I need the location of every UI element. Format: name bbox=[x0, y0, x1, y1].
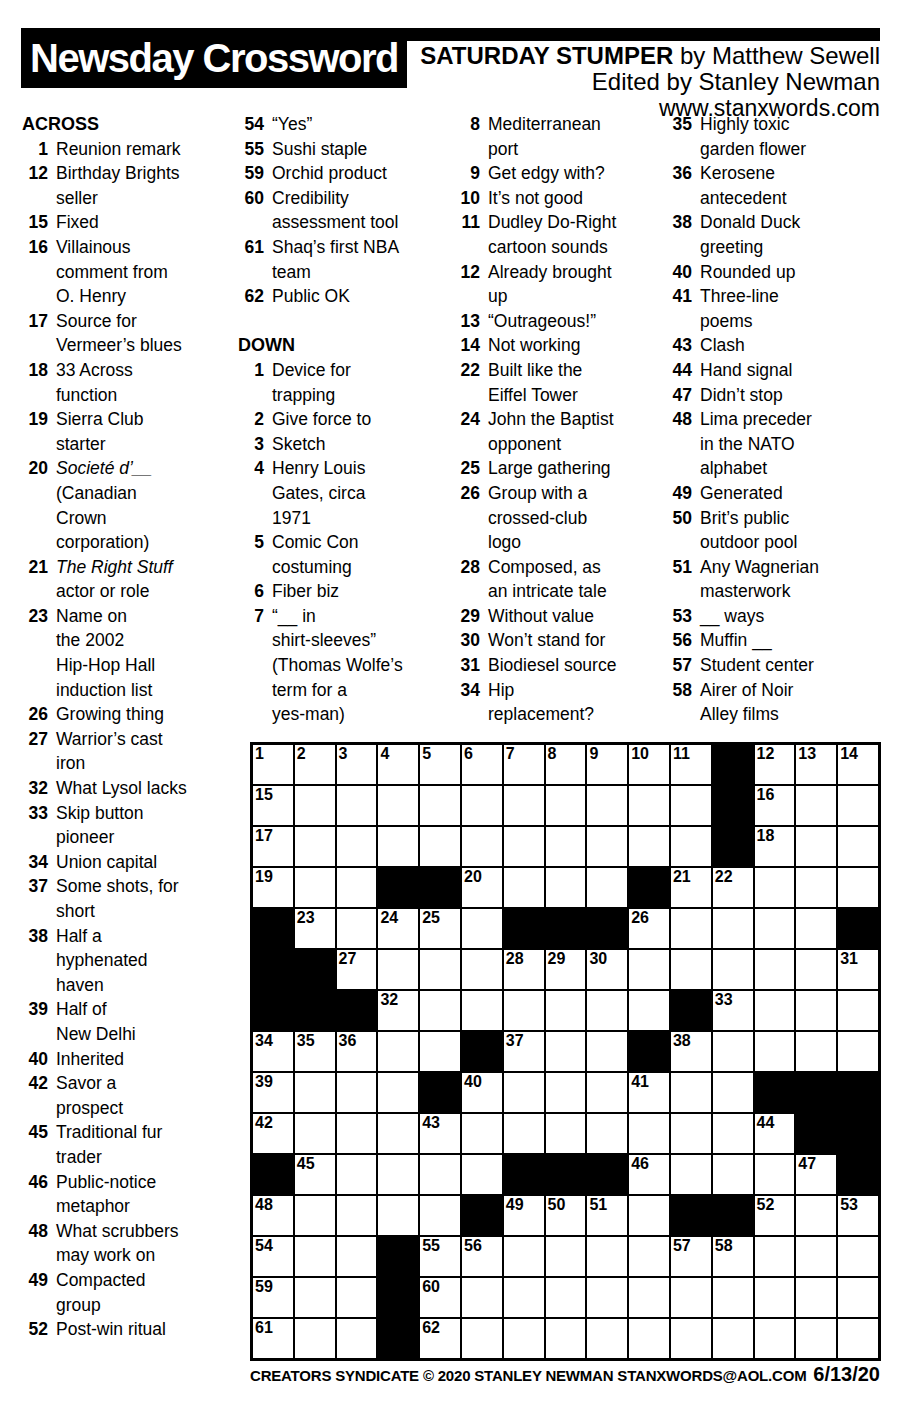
grid-cell[interactable] bbox=[586, 1031, 628, 1072]
grid-cell[interactable]: 59 bbox=[252, 1277, 294, 1318]
grid-cell[interactable] bbox=[377, 1154, 419, 1195]
grid-cell[interactable]: 10 bbox=[628, 744, 670, 785]
clue-1: 1Device fortrapping bbox=[238, 358, 438, 407]
grid-cell[interactable] bbox=[837, 785, 879, 826]
clue-text: Device fortrapping bbox=[272, 358, 351, 407]
grid-cell[interactable] bbox=[503, 826, 545, 867]
grid-cell[interactable] bbox=[545, 785, 587, 826]
grid-cell[interactable]: 43 bbox=[419, 1113, 461, 1154]
grid-cell[interactable] bbox=[377, 1031, 419, 1072]
grid-cell[interactable] bbox=[586, 1277, 628, 1318]
cell-number: 6 bbox=[464, 745, 473, 763]
grid-cell[interactable]: 13 bbox=[795, 744, 837, 785]
grid-cell[interactable] bbox=[670, 1318, 712, 1359]
clue-number: 43 bbox=[666, 333, 700, 358]
grid-cell[interactable] bbox=[336, 1154, 378, 1195]
grid-cell[interactable] bbox=[461, 1154, 503, 1195]
grid-cell[interactable] bbox=[795, 867, 837, 908]
clue-number: 48 bbox=[22, 1219, 56, 1244]
grid-cell[interactable] bbox=[754, 1236, 796, 1277]
grid-cell[interactable]: 6 bbox=[461, 744, 503, 785]
grid-cell[interactable]: 52 bbox=[754, 1195, 796, 1236]
clue-number: 50 bbox=[666, 506, 700, 531]
grid-cell[interactable]: 9 bbox=[586, 744, 628, 785]
grid-cell[interactable]: 57 bbox=[670, 1236, 712, 1277]
grid-cell[interactable]: 61 bbox=[252, 1318, 294, 1359]
grid-cell[interactable] bbox=[503, 1236, 545, 1277]
grid-cell[interactable] bbox=[712, 1318, 754, 1359]
grid-cell[interactable]: 34 bbox=[252, 1031, 294, 1072]
clue-number: 14 bbox=[454, 333, 488, 358]
clue-number: 2 bbox=[238, 407, 272, 432]
grid-cell[interactable]: 47 bbox=[795, 1154, 837, 1195]
cell-number: 50 bbox=[548, 1196, 566, 1214]
cell-number: 61 bbox=[255, 1319, 273, 1337]
clue-16: 16Villainouscomment fromO. Henry bbox=[22, 235, 222, 309]
clue-text: Fixed bbox=[56, 210, 99, 235]
cell-number: 41 bbox=[631, 1073, 649, 1091]
clue-number: 5 bbox=[238, 530, 272, 555]
grid-cell[interactable] bbox=[586, 826, 628, 867]
grid-cell[interactable] bbox=[461, 785, 503, 826]
grid-cell[interactable] bbox=[628, 1236, 670, 1277]
grid-cell[interactable]: 32 bbox=[377, 990, 419, 1031]
cell-number: 33 bbox=[715, 991, 733, 1009]
clue-38: 38Donald Duckgreeting bbox=[666, 210, 866, 259]
cell-number: 36 bbox=[339, 1032, 357, 1050]
grid-cell[interactable] bbox=[795, 1195, 837, 1236]
clue-text: Without value bbox=[488, 604, 594, 629]
grid-cell[interactable] bbox=[461, 1318, 503, 1359]
clue-number: 38 bbox=[666, 210, 700, 235]
grid-cell[interactable] bbox=[586, 867, 628, 908]
clue-text: John the Baptistopponent bbox=[488, 407, 614, 456]
grid-cell[interactable] bbox=[628, 1195, 670, 1236]
grid-cell[interactable] bbox=[795, 1318, 837, 1359]
grid-cell[interactable] bbox=[712, 1277, 754, 1318]
grid-cell[interactable]: 30 bbox=[586, 949, 628, 990]
grid-cell[interactable]: 17 bbox=[252, 826, 294, 867]
grid-cell[interactable] bbox=[377, 785, 419, 826]
clue-30: 30Won’t stand for bbox=[454, 628, 654, 653]
cell-number: 20 bbox=[464, 868, 482, 886]
grid-cell[interactable]: 5 bbox=[419, 744, 461, 785]
grid-cell[interactable] bbox=[503, 867, 545, 908]
grid-cell[interactable]: 11 bbox=[670, 744, 712, 785]
grid-cell[interactable] bbox=[294, 1072, 336, 1113]
clue-28: 28Composed, asan intricate tale bbox=[454, 555, 654, 604]
clue-number: 10 bbox=[454, 186, 488, 211]
clue-text: Societé d’__(CanadianCrowncorporation) bbox=[56, 456, 152, 554]
grid-cell[interactable]: 31 bbox=[837, 949, 879, 990]
grid-cell[interactable]: 15 bbox=[252, 785, 294, 826]
grid-cell[interactable] bbox=[545, 1072, 587, 1113]
grid-cell[interactable] bbox=[461, 826, 503, 867]
grid-cell[interactable]: 2 bbox=[294, 744, 336, 785]
grid-cell[interactable] bbox=[795, 949, 837, 990]
grid-cell[interactable]: 58 bbox=[712, 1236, 754, 1277]
grid-cell[interactable] bbox=[503, 785, 545, 826]
grid-cell[interactable] bbox=[795, 908, 837, 949]
puzzle-editor: Edited by Stanley Newman bbox=[400, 69, 880, 95]
grid-cell[interactable]: 26 bbox=[628, 908, 670, 949]
grid-cell[interactable] bbox=[336, 826, 378, 867]
grid-cell-black bbox=[419, 1072, 461, 1113]
grid-cell[interactable] bbox=[294, 1318, 336, 1359]
grid-cell[interactable] bbox=[837, 1277, 879, 1318]
grid-cell[interactable] bbox=[545, 1318, 587, 1359]
grid-cell[interactable] bbox=[461, 1277, 503, 1318]
grid-cell[interactable] bbox=[586, 1113, 628, 1154]
grid-cell[interactable] bbox=[712, 949, 754, 990]
grid-cell[interactable]: 50 bbox=[545, 1195, 587, 1236]
grid-cell[interactable] bbox=[628, 785, 670, 826]
clue-49: 49Compactedgroup bbox=[22, 1268, 222, 1317]
cell-number: 29 bbox=[548, 950, 566, 968]
clue-number: 31 bbox=[454, 653, 488, 678]
clue-number: 61 bbox=[238, 235, 272, 260]
grid-cell[interactable] bbox=[503, 1277, 545, 1318]
clue-text: Villainouscomment fromO. Henry bbox=[56, 235, 168, 309]
clue-48: 48Lima precederin the NATOalphabet bbox=[666, 407, 866, 481]
grid-cell[interactable] bbox=[503, 990, 545, 1031]
grid-cell[interactable] bbox=[837, 826, 879, 867]
grid-cell[interactable]: 8 bbox=[545, 744, 587, 785]
clue-60: 60Credibilityassessment tool bbox=[238, 186, 438, 235]
clue-35: 35Highly toxicgarden flower bbox=[666, 112, 866, 161]
clue-36: 36Keroseneantecedent bbox=[666, 161, 866, 210]
grid-cell[interactable]: 20 bbox=[461, 867, 503, 908]
grid-cell[interactable] bbox=[336, 1195, 378, 1236]
clue-column-4: 35Highly toxicgarden flower36Keroseneant… bbox=[666, 112, 866, 727]
grid-cell-black bbox=[503, 1154, 545, 1195]
clue-17: 17Source forVermeer’s blues bbox=[22, 309, 222, 358]
grid-cell[interactable]: 1 bbox=[252, 744, 294, 785]
grid-cell[interactable]: 25 bbox=[419, 908, 461, 949]
grid-cell[interactable]: 42 bbox=[252, 1113, 294, 1154]
grid-cell[interactable] bbox=[419, 826, 461, 867]
crossword-page: Newsday Crossword SATURDAY STUMPER by Ma… bbox=[0, 0, 900, 1405]
cell-number: 32 bbox=[380, 991, 398, 1009]
grid-cell[interactable]: 27 bbox=[336, 949, 378, 990]
cell-number: 44 bbox=[757, 1114, 775, 1132]
grid-cell[interactable]: 22 bbox=[712, 867, 754, 908]
clue-41: 41Three-linepoems bbox=[666, 284, 866, 333]
clue-7: 7“__ inshirt-sleeves”(Thomas Wolfe’sterm… bbox=[238, 604, 438, 727]
clue-text: Clash bbox=[700, 333, 745, 358]
grid-cell[interactable] bbox=[628, 1318, 670, 1359]
grid-cell[interactable] bbox=[294, 1236, 336, 1277]
grid-cell[interactable] bbox=[837, 990, 879, 1031]
clue-50: 50Brit’s publicoutdoor pool bbox=[666, 506, 866, 555]
clue-number: 38 bbox=[22, 924, 56, 949]
clue-text: Rounded up bbox=[700, 260, 795, 285]
grid-cell[interactable]: 16 bbox=[754, 785, 796, 826]
grid-cell[interactable]: 46 bbox=[628, 1154, 670, 1195]
grid-cell[interactable] bbox=[586, 1072, 628, 1113]
grid-cell[interactable]: 29 bbox=[545, 949, 587, 990]
grid-cell[interactable] bbox=[795, 1277, 837, 1318]
clue-column-2: 54“Yes”55Sushi staple59Orchid product60C… bbox=[238, 112, 438, 727]
grid-cell[interactable] bbox=[377, 826, 419, 867]
clue-number: 39 bbox=[22, 997, 56, 1022]
grid-cell[interactable] bbox=[754, 867, 796, 908]
grid-cell[interactable] bbox=[670, 1113, 712, 1154]
grid-cell[interactable]: 48 bbox=[252, 1195, 294, 1236]
grid-cell[interactable] bbox=[628, 826, 670, 867]
grid-cell[interactable] bbox=[336, 867, 378, 908]
grid-cell[interactable] bbox=[712, 1031, 754, 1072]
grid-cell[interactable]: 37 bbox=[503, 1031, 545, 1072]
cell-number: 17 bbox=[255, 827, 273, 845]
grid-cell[interactable]: 40 bbox=[461, 1072, 503, 1113]
grid-cell[interactable] bbox=[754, 908, 796, 949]
grid-cell[interactable] bbox=[336, 785, 378, 826]
grid-cell[interactable] bbox=[795, 1236, 837, 1277]
grid-cell[interactable] bbox=[795, 785, 837, 826]
grid-cell[interactable]: 14 bbox=[837, 744, 879, 785]
grid-cell[interactable] bbox=[461, 949, 503, 990]
grid-cell[interactable] bbox=[377, 949, 419, 990]
clue-text: Student center bbox=[700, 653, 814, 678]
cell-number: 15 bbox=[255, 786, 273, 804]
clue-48: 48What scrubbersmay work on bbox=[22, 1219, 222, 1268]
clue-number: 55 bbox=[238, 137, 272, 162]
grid-cell[interactable] bbox=[336, 1318, 378, 1359]
grid-cell[interactable] bbox=[377, 1113, 419, 1154]
grid-cell[interactable] bbox=[754, 1154, 796, 1195]
grid-cell[interactable] bbox=[670, 1072, 712, 1113]
grid-cell[interactable] bbox=[336, 1072, 378, 1113]
grid-cell[interactable]: 33 bbox=[712, 990, 754, 1031]
grid-cell[interactable] bbox=[628, 949, 670, 990]
grid-cell[interactable] bbox=[419, 1031, 461, 1072]
crossword-grid: 1234567891011121314151617181920212223242… bbox=[250, 742, 881, 1361]
grid-cell[interactable]: 35 bbox=[294, 1031, 336, 1072]
grid-cell[interactable]: 4 bbox=[377, 744, 419, 785]
grid-cell[interactable] bbox=[586, 1236, 628, 1277]
grid-cell[interactable]: 12 bbox=[754, 744, 796, 785]
grid-cell-black bbox=[252, 949, 294, 990]
grid-cell[interactable]: 51 bbox=[586, 1195, 628, 1236]
grid-cell[interactable]: 24 bbox=[377, 908, 419, 949]
grid-cell[interactable] bbox=[670, 826, 712, 867]
grid-cell-black bbox=[628, 1031, 670, 1072]
grid-cell[interactable] bbox=[712, 908, 754, 949]
grid-cell[interactable]: 54 bbox=[252, 1236, 294, 1277]
grid-cell[interactable] bbox=[586, 1318, 628, 1359]
grid-cell[interactable] bbox=[503, 1072, 545, 1113]
cell-number: 22 bbox=[715, 868, 733, 886]
clue-text: Growing thing bbox=[56, 702, 164, 727]
clue-text: “Outrageous!” bbox=[488, 309, 596, 334]
grid-cell[interactable] bbox=[503, 1318, 545, 1359]
grid-cell[interactable]: 60 bbox=[419, 1277, 461, 1318]
grid-cell[interactable]: 56 bbox=[461, 1236, 503, 1277]
grid-cell[interactable] bbox=[670, 949, 712, 990]
grid-cell[interactable] bbox=[670, 785, 712, 826]
cell-number: 54 bbox=[255, 1237, 273, 1255]
cell-number: 60 bbox=[422, 1278, 440, 1296]
grid-cell[interactable] bbox=[712, 1154, 754, 1195]
grid-cell[interactable] bbox=[837, 1236, 879, 1277]
clue-number: 13 bbox=[454, 309, 488, 334]
grid-cell[interactable] bbox=[586, 785, 628, 826]
grid-cell[interactable] bbox=[712, 1072, 754, 1113]
grid-cell[interactable] bbox=[754, 1318, 796, 1359]
grid-cell[interactable]: 41 bbox=[628, 1072, 670, 1113]
cell-number: 37 bbox=[506, 1032, 524, 1050]
clue-text: Name onthe 2002Hip-Hop Hallinduction lis… bbox=[56, 604, 155, 702]
clue-column-1: ACROSS1Reunion remark12Birthday Brightss… bbox=[22, 112, 222, 1342]
clue-2: 2Give force to bbox=[238, 407, 438, 432]
clue-text: Generated bbox=[700, 481, 783, 506]
puzzle-date: 6/13/20 bbox=[813, 1363, 880, 1386]
clue-44: 44Hand signal bbox=[666, 358, 866, 383]
clue-38: 38Half ahyphenatedhaven bbox=[22, 924, 222, 998]
clue-32: 32What Lysol lacks bbox=[22, 776, 222, 801]
grid-cell-black bbox=[377, 1236, 419, 1277]
grid-cell[interactable] bbox=[545, 826, 587, 867]
grid-cell[interactable] bbox=[545, 867, 587, 908]
grid-cell[interactable] bbox=[294, 1195, 336, 1236]
grid-cell[interactable] bbox=[670, 908, 712, 949]
grid-cell[interactable] bbox=[419, 949, 461, 990]
clue-text: Muffin __ bbox=[700, 628, 772, 653]
clue-text: Built like theEiffel Tower bbox=[488, 358, 582, 407]
grid-cell[interactable] bbox=[419, 785, 461, 826]
grid-cell[interactable] bbox=[336, 1277, 378, 1318]
grid-cell[interactable]: 18 bbox=[754, 826, 796, 867]
grid-cell[interactable] bbox=[795, 1031, 837, 1072]
grid-cell[interactable] bbox=[377, 1195, 419, 1236]
grid-cell[interactable] bbox=[461, 908, 503, 949]
grid-cell-black bbox=[377, 1277, 419, 1318]
clue-number: 18 bbox=[22, 358, 56, 383]
grid-cell-black bbox=[712, 826, 754, 867]
grid-cell[interactable] bbox=[837, 1318, 879, 1359]
grid-cell[interactable] bbox=[795, 990, 837, 1031]
grid-cell[interactable] bbox=[754, 990, 796, 1031]
clue-column-3: 8Mediterraneanport9Get edgy with?10It’s … bbox=[454, 112, 654, 727]
cell-number: 21 bbox=[673, 868, 691, 886]
grid-cell[interactable] bbox=[628, 1113, 670, 1154]
clue-text: Hand signal bbox=[700, 358, 792, 383]
grid-cell[interactable] bbox=[336, 1236, 378, 1277]
grid-cell[interactable] bbox=[294, 826, 336, 867]
grid-cell[interactable]: 55 bbox=[419, 1236, 461, 1277]
clue-number: 32 bbox=[22, 776, 56, 801]
clue-text: Sketch bbox=[272, 432, 326, 457]
grid-cell[interactable]: 62 bbox=[419, 1318, 461, 1359]
clue-number: 12 bbox=[22, 161, 56, 186]
grid-cell[interactable] bbox=[754, 1277, 796, 1318]
grid-cell[interactable] bbox=[712, 1113, 754, 1154]
grid-cell[interactable]: 36 bbox=[336, 1031, 378, 1072]
grid-cell[interactable] bbox=[294, 785, 336, 826]
grid-cell[interactable] bbox=[377, 1072, 419, 1113]
grid-cell[interactable]: 19 bbox=[252, 867, 294, 908]
clue-number: 57 bbox=[666, 653, 700, 678]
clue-text: What scrubbersmay work on bbox=[56, 1219, 179, 1268]
grid-cell[interactable]: 45 bbox=[294, 1154, 336, 1195]
clue-number: 51 bbox=[666, 555, 700, 580]
cell-number: 42 bbox=[255, 1114, 273, 1132]
clue-number: 34 bbox=[454, 678, 488, 703]
grid-cell[interactable] bbox=[837, 1031, 879, 1072]
cell-number: 3 bbox=[339, 745, 348, 763]
grid-cell[interactable] bbox=[545, 1277, 587, 1318]
grid-cell-black bbox=[795, 1072, 837, 1113]
grid-cell[interactable] bbox=[670, 1154, 712, 1195]
clue-1: 1Reunion remark bbox=[22, 137, 222, 162]
grid-cell[interactable]: 38 bbox=[670, 1031, 712, 1072]
grid-cell[interactable] bbox=[419, 1195, 461, 1236]
grid-cell[interactable] bbox=[545, 1113, 587, 1154]
grid-cell[interactable] bbox=[628, 990, 670, 1031]
clue-text: Fiber biz bbox=[272, 579, 339, 604]
clue-text: Dudley Do-Rightcartoon sounds bbox=[488, 210, 616, 259]
grid-cell[interactable]: 3 bbox=[336, 744, 378, 785]
grid-cell[interactable] bbox=[795, 826, 837, 867]
clue-number: 62 bbox=[238, 284, 272, 309]
grid-cell[interactable] bbox=[294, 1113, 336, 1154]
grid-cell[interactable]: 49 bbox=[503, 1195, 545, 1236]
grid-cell[interactable] bbox=[419, 990, 461, 1031]
grid-cell[interactable] bbox=[545, 990, 587, 1031]
grid-cell[interactable] bbox=[336, 1113, 378, 1154]
clue-13: 13“Outrageous!” bbox=[454, 309, 654, 334]
grid-cell[interactable] bbox=[754, 1031, 796, 1072]
clue-list-header-down: DOWN bbox=[238, 333, 438, 358]
grid-cell[interactable] bbox=[503, 1113, 545, 1154]
clue-text: Lima precederin the NATOalphabet bbox=[700, 407, 812, 481]
grid-cell[interactable] bbox=[545, 1236, 587, 1277]
clue-number: 35 bbox=[666, 112, 700, 137]
grid-cell[interactable]: 39 bbox=[252, 1072, 294, 1113]
grid-cell[interactable] bbox=[670, 1277, 712, 1318]
cell-number: 53 bbox=[840, 1196, 858, 1214]
grid-cell[interactable] bbox=[461, 1113, 503, 1154]
grid-cell[interactable] bbox=[294, 1277, 336, 1318]
grid-cell[interactable] bbox=[336, 908, 378, 949]
grid-cell[interactable] bbox=[628, 1277, 670, 1318]
grid-cell[interactable] bbox=[294, 867, 336, 908]
cell-number: 2 bbox=[297, 745, 306, 763]
clue-number: 47 bbox=[666, 383, 700, 408]
clue-43: 43Clash bbox=[666, 333, 866, 358]
cell-number: 34 bbox=[255, 1032, 273, 1050]
grid-cell[interactable]: 53 bbox=[837, 1195, 879, 1236]
grid-cell[interactable]: 7 bbox=[503, 744, 545, 785]
grid-cell[interactable] bbox=[586, 990, 628, 1031]
grid-cell[interactable]: 28 bbox=[503, 949, 545, 990]
clue-text: Large gathering bbox=[488, 456, 611, 481]
grid-cell-black bbox=[419, 867, 461, 908]
grid-cell[interactable] bbox=[837, 867, 879, 908]
clue-21: 21The Right Stuffactor or role bbox=[22, 555, 222, 604]
clue-text: Any Wagnerianmasterwork bbox=[700, 555, 819, 604]
grid-cell[interactable] bbox=[754, 949, 796, 990]
grid-cell-black bbox=[252, 1154, 294, 1195]
grid-cell[interactable]: 44 bbox=[754, 1113, 796, 1154]
grid-cell[interactable]: 21 bbox=[670, 867, 712, 908]
grid-cell[interactable] bbox=[545, 1031, 587, 1072]
grid-cell[interactable] bbox=[461, 990, 503, 1031]
grid-cell[interactable]: 23 bbox=[294, 908, 336, 949]
grid-cell[interactable] bbox=[419, 1154, 461, 1195]
clue-10: 10It’s not good bbox=[454, 186, 654, 211]
